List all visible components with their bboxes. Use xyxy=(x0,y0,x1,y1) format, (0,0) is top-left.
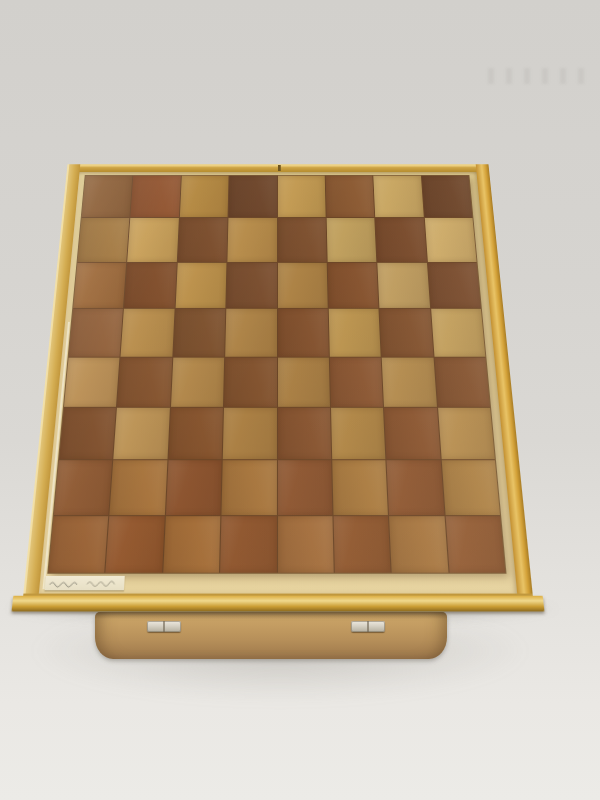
board-square-r8c5 xyxy=(277,516,333,573)
board-square-r1c7 xyxy=(374,176,424,218)
photo-stage xyxy=(0,0,600,800)
board-square-r8c3 xyxy=(163,516,221,573)
board-square-r3c8 xyxy=(428,263,481,308)
board-square-r5c3 xyxy=(171,357,225,407)
board-square-r3c4 xyxy=(226,263,276,308)
board-square-r1c8 xyxy=(421,176,472,218)
board-square-r4c6 xyxy=(329,309,381,356)
board-square-r5c7 xyxy=(382,357,437,407)
board-square-r8c7 xyxy=(389,516,448,573)
board-square-r4c4 xyxy=(225,309,276,356)
board-square-r1c6 xyxy=(326,176,375,218)
rim-joint-notch xyxy=(278,165,281,171)
board-square-r1c3 xyxy=(180,176,229,218)
board-square-r8c4 xyxy=(220,516,276,573)
perspective-scene xyxy=(0,0,600,800)
board-square-r6c2 xyxy=(114,408,170,460)
board-square-r1c2 xyxy=(131,176,181,218)
board-square-r4c2 xyxy=(121,309,174,356)
board-square-r6c7 xyxy=(384,408,440,460)
board-square-r6c6 xyxy=(331,408,386,460)
board-square-r3c5 xyxy=(278,263,328,308)
board-square-r7c3 xyxy=(166,460,222,514)
board-square-r2c3 xyxy=(178,218,228,262)
board-square-r2c8 xyxy=(424,218,476,262)
board-square-r5c6 xyxy=(330,357,383,407)
board-square-r2c4 xyxy=(228,218,277,262)
board-square-r8c1 xyxy=(48,516,108,573)
board-square-r6c5 xyxy=(277,408,331,460)
board-square-r1c5 xyxy=(278,176,326,218)
tray-margin xyxy=(39,172,517,594)
board-square-r4c3 xyxy=(173,309,225,356)
board-square-r5c1 xyxy=(64,357,120,407)
board-square-r4c5 xyxy=(278,309,329,356)
board-square-r7c8 xyxy=(441,460,500,514)
board-square-r5c2 xyxy=(117,357,172,407)
board-square-r3c2 xyxy=(124,263,176,308)
board-square-r8c2 xyxy=(106,516,165,573)
board-square-r6c4 xyxy=(223,408,277,460)
board-square-r7c2 xyxy=(110,460,167,514)
board-square-r2c5 xyxy=(278,218,327,262)
handwritten-label xyxy=(45,576,125,590)
board-square-r6c3 xyxy=(168,408,223,460)
board-square-r7c5 xyxy=(277,460,332,514)
board-square-r3c1 xyxy=(73,263,126,308)
frame-bottom-lip xyxy=(12,596,545,612)
board-square-r5c8 xyxy=(434,357,490,407)
board-square-r2c6 xyxy=(327,218,377,262)
board-square-r4c1 xyxy=(69,309,124,356)
board-square-r3c7 xyxy=(378,263,430,308)
board-square-r7c7 xyxy=(387,460,444,514)
board-square-r4c8 xyxy=(431,309,486,356)
board-square-r2c7 xyxy=(375,218,426,262)
board-square-r2c2 xyxy=(128,218,179,262)
board-square-r7c1 xyxy=(54,460,113,514)
board-square-r7c6 xyxy=(332,460,388,514)
board-square-r5c5 xyxy=(277,357,329,407)
board-square-r2c1 xyxy=(78,218,130,262)
board-square-r6c1 xyxy=(59,408,116,460)
handwriting-squiggle xyxy=(45,576,125,590)
checkerboard xyxy=(48,176,505,573)
board-square-r5c4 xyxy=(224,357,276,407)
board-square-r4c7 xyxy=(380,309,433,356)
board-square-r7c4 xyxy=(222,460,277,514)
board-square-r1c1 xyxy=(82,176,133,218)
board-tray-frame xyxy=(22,164,534,607)
board-square-r1c4 xyxy=(229,176,277,218)
board-square-r3c6 xyxy=(328,263,379,308)
board-square-r6c8 xyxy=(438,408,495,460)
board-square-r8c8 xyxy=(445,516,505,573)
board-square-r8c6 xyxy=(333,516,390,573)
board-square-r3c3 xyxy=(175,263,226,308)
